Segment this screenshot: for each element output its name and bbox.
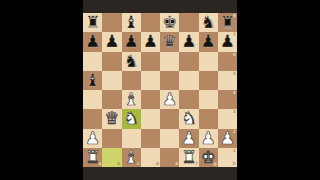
black-pawn[interactable]: ♟ [220,33,235,50]
white-king[interactable]: ♚ [201,148,216,165]
rank-label-1: 1 [233,149,236,154]
square-c4[interactable]: ♝ [122,90,141,109]
square-f7[interactable]: ♟ [179,32,198,51]
square-e6[interactable] [160,52,179,71]
square-h4[interactable]: 4 [218,90,237,109]
black-bishop[interactable]: ♝ [85,71,100,88]
white-pawn[interactable]: ♟ [201,129,216,146]
square-c3[interactable]: ♞ [122,109,141,128]
square-c2[interactable] [122,129,141,148]
square-f4[interactable] [179,90,198,109]
letterbox-left [0,0,83,180]
square-a2[interactable]: ♟ [83,129,102,148]
square-b4[interactable] [102,90,121,109]
black-king[interactable]: ♚ [162,14,177,31]
black-rook[interactable]: ♜ [85,14,100,31]
white-pawn[interactable]: ♟ [162,91,177,108]
square-a7[interactable]: ♟ [83,32,102,51]
square-h3[interactable]: 3 [218,109,237,128]
square-g2[interactable]: ♟ [199,129,218,148]
rank-label-4: 4 [233,91,236,96]
square-d1[interactable]: d [141,148,160,167]
letterbox-right [237,0,320,180]
square-c5[interactable] [122,71,141,90]
square-c1[interactable]: c♝ [122,148,141,167]
white-queen[interactable]: ♛ [104,110,119,127]
black-pawn[interactable]: ♟ [85,33,100,50]
square-b8[interactable] [102,13,121,32]
rank-label-5: 5 [233,72,236,77]
file-label-h: h [233,162,236,167]
square-g8[interactable]: ♞ [199,13,218,32]
square-g3[interactable] [199,109,218,128]
white-rook[interactable]: ♜ [85,148,100,165]
chess-board: ♜♝♚♞8♜♟♟♟♟♛♟♟7♟♞6♝5♝♟4♛♞♞3♟♟♟2♟a♜bc♝def♜… [83,13,237,167]
white-knight[interactable]: ♞ [181,110,196,127]
square-c6[interactable]: ♞ [122,52,141,71]
white-bishop[interactable]: ♝ [124,148,139,165]
square-d2[interactable] [141,129,160,148]
file-label-b: b [117,162,120,167]
square-h1[interactable]: h1 [218,148,237,167]
square-b2[interactable] [102,129,121,148]
square-h8[interactable]: 8♜ [218,13,237,32]
square-a4[interactable] [83,90,102,109]
black-rook[interactable]: ♜ [220,14,235,31]
black-pawn[interactable]: ♟ [124,33,139,50]
file-label-d: d [156,162,159,167]
square-d6[interactable] [141,52,160,71]
black-queen[interactable]: ♛ [162,33,177,50]
square-h2[interactable]: 2♟ [218,129,237,148]
square-a1[interactable]: a♜ [83,148,102,167]
square-e4[interactable]: ♟ [160,90,179,109]
rank-label-3: 3 [233,110,236,115]
white-pawn[interactable]: ♟ [220,129,235,146]
square-g1[interactable]: g♚ [199,148,218,167]
black-bishop[interactable]: ♝ [124,14,139,31]
square-b5[interactable] [102,71,121,90]
black-knight[interactable]: ♞ [124,52,139,69]
square-d7[interactable]: ♟ [141,32,160,51]
square-g7[interactable]: ♟ [199,32,218,51]
black-knight[interactable]: ♞ [201,14,216,31]
square-g4[interactable] [199,90,218,109]
file-label-e: e [175,162,178,167]
square-e1[interactable]: e [160,148,179,167]
square-e3[interactable] [160,109,179,128]
black-pawn[interactable]: ♟ [143,33,158,50]
square-a3[interactable] [83,109,102,128]
square-c7[interactable]: ♟ [122,32,141,51]
square-d8[interactable] [141,13,160,32]
rank-label-6: 6 [233,53,236,58]
black-pawn[interactable]: ♟ [104,33,119,50]
square-f1[interactable]: f♜ [179,148,198,167]
square-e2[interactable] [160,129,179,148]
square-a5[interactable]: ♝ [83,71,102,90]
square-d5[interactable] [141,71,160,90]
square-b7[interactable]: ♟ [102,32,121,51]
white-knight[interactable]: ♞ [124,110,139,127]
square-e7[interactable]: ♛ [160,32,179,51]
square-g5[interactable] [199,71,218,90]
square-h5[interactable]: 5 [218,71,237,90]
square-c8[interactable]: ♝ [122,13,141,32]
square-b1[interactable]: b [102,148,121,167]
square-e5[interactable] [160,71,179,90]
square-b6[interactable] [102,52,121,71]
square-d3[interactable] [141,109,160,128]
square-e8[interactable]: ♚ [160,13,179,32]
black-pawn[interactable]: ♟ [201,33,216,50]
white-pawn[interactable]: ♟ [181,129,196,146]
square-f2[interactable]: ♟ [179,129,198,148]
square-a8[interactable]: ♜ [83,13,102,32]
square-h7[interactable]: 7♟ [218,32,237,51]
video-frame: ♜♝♚♞8♜♟♟♟♟♛♟♟7♟♞6♝5♝♟4♛♞♞3♟♟♟2♟a♜bc♝def♜… [83,0,237,180]
square-f6[interactable] [179,52,198,71]
square-f8[interactable] [179,13,198,32]
white-pawn[interactable]: ♟ [85,129,100,146]
square-f3[interactable]: ♞ [179,109,198,128]
square-b3[interactable]: ♛ [102,109,121,128]
square-a6[interactable] [83,52,102,71]
square-d4[interactable] [141,90,160,109]
square-f5[interactable] [179,71,198,90]
square-g6[interactable] [199,52,218,71]
black-pawn[interactable]: ♟ [181,33,196,50]
white-bishop[interactable]: ♝ [124,91,139,108]
white-rook[interactable]: ♜ [181,148,196,165]
square-h6[interactable]: 6 [218,52,237,71]
